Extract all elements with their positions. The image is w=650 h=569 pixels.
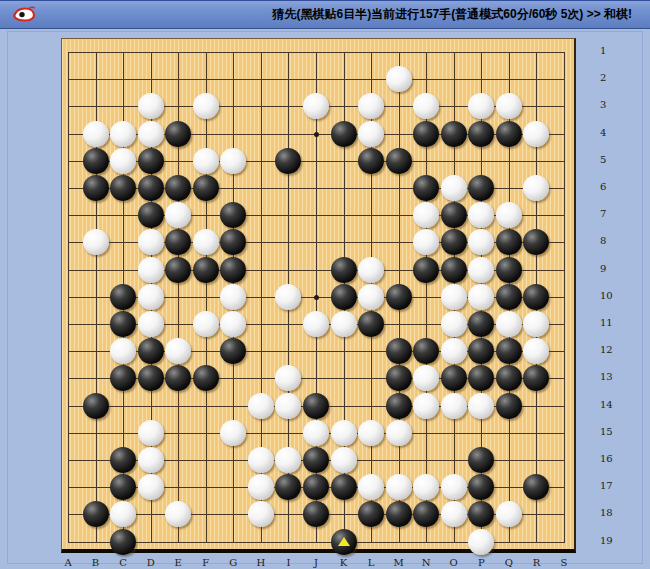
stone-white — [413, 229, 439, 255]
stone-black — [83, 148, 109, 174]
stone-white — [358, 257, 384, 283]
column-label: I — [281, 557, 295, 568]
stone-black — [303, 393, 329, 419]
row-label: 4 — [600, 127, 622, 138]
stone-black — [441, 229, 467, 255]
stone-white — [275, 447, 301, 473]
stone-black — [83, 501, 109, 527]
stone-white — [220, 311, 246, 337]
stone-white — [523, 175, 549, 201]
column-label: G — [226, 557, 240, 568]
row-label: 2 — [600, 72, 622, 83]
stone-black — [441, 202, 467, 228]
stone-white — [331, 420, 357, 446]
stone-black — [386, 148, 412, 174]
stone-black — [413, 175, 439, 201]
stone-white — [110, 338, 136, 364]
stone-black — [386, 501, 412, 527]
stone-white — [386, 420, 412, 446]
stone-black — [165, 229, 191, 255]
stone-white — [413, 365, 439, 391]
stone-black — [386, 284, 412, 310]
stone-white — [441, 474, 467, 500]
stone-black — [165, 121, 191, 147]
stone-white — [441, 338, 467, 364]
stone-black — [110, 474, 136, 500]
stone-white — [496, 93, 522, 119]
column-label: A — [61, 557, 75, 568]
row-label: 12 — [600, 344, 622, 355]
stone-black — [138, 148, 164, 174]
column-label: H — [254, 557, 268, 568]
stone-white — [138, 311, 164, 337]
stone-black — [468, 121, 494, 147]
row-label: 14 — [600, 399, 622, 410]
stone-white — [441, 393, 467, 419]
row-label: 17 — [600, 480, 622, 491]
stone-white — [468, 284, 494, 310]
stone-black — [523, 365, 549, 391]
column-label: D — [144, 557, 158, 568]
column-label: K — [337, 557, 351, 568]
column-label: L — [364, 557, 378, 568]
stone-white — [468, 529, 494, 555]
last-move-marker — [338, 537, 350, 546]
stone-white — [165, 338, 191, 364]
stone-white — [358, 93, 384, 119]
stone-white — [110, 501, 136, 527]
stone-black — [441, 121, 467, 147]
stone-black — [110, 284, 136, 310]
stone-white — [358, 284, 384, 310]
stone-black — [468, 365, 494, 391]
stone-black — [523, 284, 549, 310]
stone-black — [110, 175, 136, 201]
stone-white — [193, 311, 219, 337]
stone-black — [110, 529, 136, 555]
stone-black — [468, 311, 494, 337]
row-label: 19 — [600, 535, 622, 546]
stone-black — [220, 257, 246, 283]
column-label: E — [171, 557, 185, 568]
stone-black — [413, 338, 439, 364]
stone-black — [523, 474, 549, 500]
stone-white — [303, 420, 329, 446]
stone-black — [358, 148, 384, 174]
stone-white — [358, 420, 384, 446]
stone-white — [138, 420, 164, 446]
stone-white — [413, 93, 439, 119]
stone-black — [441, 257, 467, 283]
stone-white — [386, 474, 412, 500]
stone-white — [413, 393, 439, 419]
stone-white — [496, 202, 522, 228]
stone-black — [193, 257, 219, 283]
stone-black — [83, 393, 109, 419]
stone-white — [441, 311, 467, 337]
stone-white — [523, 311, 549, 337]
stone-white — [138, 447, 164, 473]
stone-black — [358, 501, 384, 527]
stone-black — [165, 365, 191, 391]
stone-black — [441, 365, 467, 391]
row-label: 1 — [600, 45, 622, 56]
stone-white — [413, 202, 439, 228]
stone-black — [358, 311, 384, 337]
stone-black — [110, 447, 136, 473]
stone-white — [138, 257, 164, 283]
stone-black — [331, 257, 357, 283]
stone-white — [248, 393, 274, 419]
stone-white — [441, 284, 467, 310]
stone-black — [275, 148, 301, 174]
stone-white — [441, 501, 467, 527]
stone-white — [468, 229, 494, 255]
stone-white — [248, 447, 274, 473]
stone-black — [386, 365, 412, 391]
column-label: P — [474, 557, 488, 568]
stone-black — [303, 501, 329, 527]
stone-black — [468, 447, 494, 473]
stone-white — [358, 121, 384, 147]
stone-black — [468, 474, 494, 500]
stone-black — [496, 365, 522, 391]
stone-black — [468, 501, 494, 527]
stone-white — [275, 393, 301, 419]
stone-black — [83, 175, 109, 201]
stone-black — [110, 365, 136, 391]
stone-black — [331, 284, 357, 310]
row-label: 9 — [600, 263, 622, 274]
stone-white — [110, 121, 136, 147]
stone-white — [441, 175, 467, 201]
stone-white — [165, 202, 191, 228]
row-label: 3 — [600, 99, 622, 110]
stone-white — [275, 365, 301, 391]
stone-white — [138, 229, 164, 255]
stone-black — [220, 229, 246, 255]
row-label: 5 — [600, 154, 622, 165]
stone-black — [275, 474, 301, 500]
grid-line-vertical — [564, 52, 565, 543]
stone-black — [303, 447, 329, 473]
stone-white — [468, 93, 494, 119]
stone-white — [303, 311, 329, 337]
stone-black — [496, 338, 522, 364]
title-bar: 猜先(黑棋贴6目半)当前进行157手(普通模式60分/60秒 5次) >> 和棋… — [0, 0, 650, 29]
row-label: 15 — [600, 426, 622, 437]
stone-black — [496, 393, 522, 419]
column-label: N — [419, 557, 433, 568]
star-point — [314, 132, 319, 137]
stone-white — [193, 93, 219, 119]
stone-black — [331, 121, 357, 147]
column-label: Q — [502, 557, 516, 568]
stone-white — [523, 338, 549, 364]
row-label: 10 — [600, 290, 622, 301]
row-label: 6 — [600, 181, 622, 192]
stone-black — [468, 338, 494, 364]
stone-white — [138, 121, 164, 147]
stone-white — [138, 474, 164, 500]
stone-white — [193, 148, 219, 174]
stone-white — [468, 393, 494, 419]
stone-white — [496, 311, 522, 337]
column-label: F — [199, 557, 213, 568]
stone-black — [138, 175, 164, 201]
column-label: O — [447, 557, 461, 568]
stone-white — [358, 474, 384, 500]
stone-black — [165, 175, 191, 201]
star-point — [314, 295, 319, 300]
stone-black — [138, 202, 164, 228]
stone-black — [138, 338, 164, 364]
stone-black — [496, 121, 522, 147]
row-label: 8 — [600, 235, 622, 246]
stone-black — [165, 257, 191, 283]
stone-white — [220, 420, 246, 446]
stone-white — [83, 121, 109, 147]
column-label: R — [529, 557, 543, 568]
stone-black — [386, 393, 412, 419]
column-label: M — [392, 557, 406, 568]
stone-white — [275, 284, 301, 310]
stone-white — [331, 447, 357, 473]
stone-black — [468, 175, 494, 201]
stone-black — [110, 311, 136, 337]
column-label: J — [309, 557, 323, 568]
stone-white — [220, 284, 246, 310]
stone-black — [303, 474, 329, 500]
stone-black — [138, 365, 164, 391]
stone-white — [496, 501, 522, 527]
stone-white — [165, 501, 191, 527]
stone-white — [138, 93, 164, 119]
stone-black — [193, 365, 219, 391]
row-label: 11 — [600, 317, 622, 328]
stone-black — [496, 229, 522, 255]
stone-white — [386, 66, 412, 92]
stone-white — [523, 121, 549, 147]
stone-white — [220, 148, 246, 174]
stone-black — [220, 202, 246, 228]
game-status-title: 猜先(黑棋贴6目半)当前进行157手(普通模式60分/60秒 5次) >> 和棋… — [36, 6, 650, 23]
stone-white — [413, 474, 439, 500]
row-label: 18 — [600, 507, 622, 518]
stone-white — [193, 229, 219, 255]
stone-white — [83, 229, 109, 255]
stone-black — [496, 257, 522, 283]
row-label: 13 — [600, 371, 622, 382]
sina-eye-logo-icon — [12, 6, 36, 23]
stone-black — [386, 338, 412, 364]
stone-black — [523, 229, 549, 255]
stone-white — [138, 284, 164, 310]
column-label: S — [557, 557, 571, 568]
stone-black — [413, 121, 439, 147]
stone-white — [468, 202, 494, 228]
stone-black — [413, 257, 439, 283]
row-label: 16 — [600, 453, 622, 464]
stone-white — [110, 148, 136, 174]
go-board[interactable] — [61, 38, 576, 553]
stone-white — [248, 474, 274, 500]
stone-black — [331, 529, 357, 555]
stone-black — [331, 474, 357, 500]
stone-white — [331, 311, 357, 337]
row-label: 7 — [600, 208, 622, 219]
stone-black — [193, 175, 219, 201]
stone-white — [468, 257, 494, 283]
stone-black — [413, 501, 439, 527]
column-label: C — [116, 557, 130, 568]
stone-white — [303, 93, 329, 119]
stone-black — [496, 284, 522, 310]
stone-black — [220, 338, 246, 364]
column-label: B — [89, 557, 103, 568]
stone-white — [248, 501, 274, 527]
